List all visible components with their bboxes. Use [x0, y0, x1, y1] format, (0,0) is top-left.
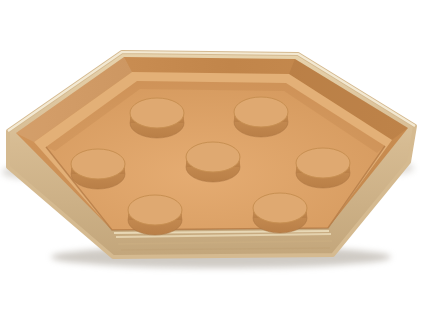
stud-c-top: [186, 142, 240, 172]
stud-se-top: [253, 193, 307, 223]
hex-tray-photo: [0, 0, 423, 317]
stud-ne-top: [234, 97, 288, 127]
stud-sw-top: [128, 195, 182, 225]
tray-shapes: [2, 52, 415, 268]
photo-stage: [0, 0, 423, 317]
stud-nw-top: [130, 98, 184, 128]
stud-e-top: [296, 148, 350, 178]
stud-w-top: [71, 149, 125, 179]
